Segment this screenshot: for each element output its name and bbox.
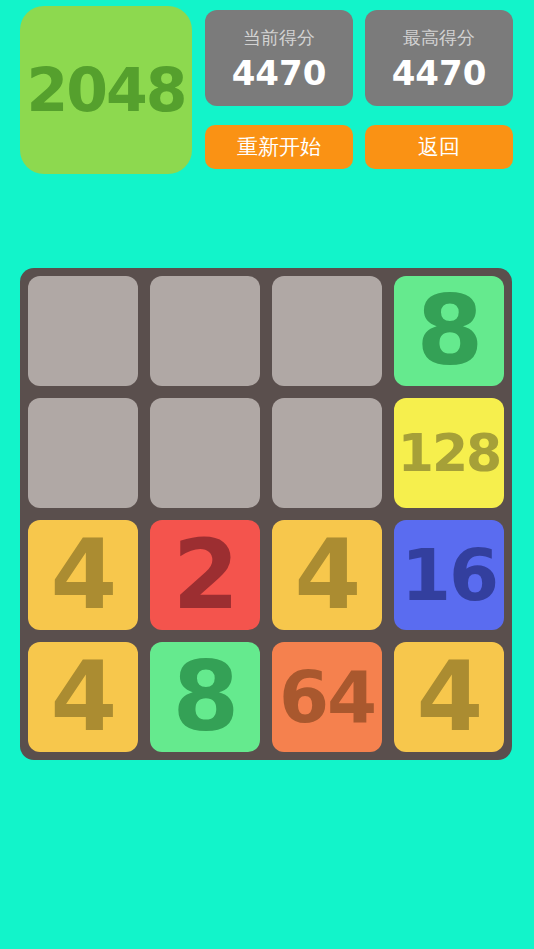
current-score-box: 当前得分 4470 — [205, 10, 353, 106]
tile-64-r4c3: 64 — [272, 642, 382, 752]
empty-cell-r1c3 — [272, 276, 382, 386]
game-logo: 2048 — [20, 6, 192, 174]
current-score-label: 当前得分 — [243, 26, 315, 50]
best-score-value: 4470 — [392, 56, 487, 90]
empty-cell-r2c3 — [272, 398, 382, 508]
tile-4-r4c4: 4 — [394, 642, 504, 752]
tile-4-r3c3: 4 — [272, 520, 382, 630]
game-screen: 2048 当前得分 4470 最高得分 4470 重新开始 返回 8128424… — [0, 0, 534, 949]
board[interactable]: 81284241648644 — [20, 268, 512, 760]
current-score-value: 4470 — [232, 56, 327, 90]
tile-16-r3c4: 16 — [394, 520, 504, 630]
tile-4-r3c1: 4 — [28, 520, 138, 630]
restart-button-label: 重新开始 — [237, 133, 321, 161]
tile-8-r1c4: 8 — [394, 276, 504, 386]
tile-8-r4c2: 8 — [150, 642, 260, 752]
back-button-label: 返回 — [418, 133, 460, 161]
empty-cell-r1c2 — [150, 276, 260, 386]
tile-2-r3c2: 2 — [150, 520, 260, 630]
empty-cell-r1c1 — [28, 276, 138, 386]
best-score-box: 最高得分 4470 — [365, 10, 513, 106]
tile-128-r2c4: 128 — [394, 398, 504, 508]
restart-button[interactable]: 重新开始 — [205, 125, 353, 169]
tile-4-r4c1: 4 — [28, 642, 138, 752]
best-score-label: 最高得分 — [403, 26, 475, 50]
logo-text: 2048 — [27, 55, 186, 125]
back-button[interactable]: 返回 — [365, 125, 513, 169]
empty-cell-r2c1 — [28, 398, 138, 508]
empty-cell-r2c2 — [150, 398, 260, 508]
